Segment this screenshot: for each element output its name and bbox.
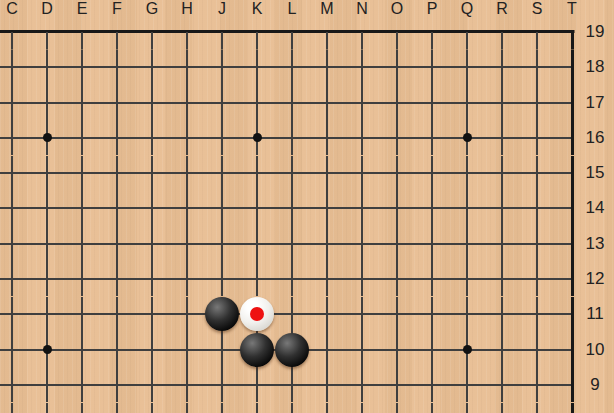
intersection-S17[interactable] (520, 85, 555, 120)
intersection-R17[interactable] (485, 85, 520, 120)
intersection-Q11[interactable] (450, 297, 485, 332)
intersection-L16[interactable] (275, 120, 310, 155)
intersection-T15[interactable] (555, 156, 590, 191)
intersection-E19[interactable] (65, 14, 100, 49)
intersection-P13[interactable] (415, 226, 450, 261)
white-stone-K11 (240, 297, 274, 331)
intersection-Q15[interactable] (450, 156, 485, 191)
intersection-E8[interactable] (65, 403, 100, 413)
intersection-T11[interactable] (555, 297, 590, 332)
intersection-K17[interactable] (240, 85, 275, 120)
intersection-H8[interactable] (170, 403, 205, 413)
intersection-L18[interactable] (275, 50, 310, 85)
intersection-J15[interactable] (205, 156, 240, 191)
intersection-S16[interactable] (520, 120, 555, 155)
intersection-T9[interactable] (555, 367, 590, 402)
intersection-L8[interactable] (275, 403, 310, 413)
intersection-R18[interactable] (485, 50, 520, 85)
intersection-K10[interactable] (240, 332, 275, 367)
intersection-Q8[interactable] (450, 403, 485, 413)
intersection-O16[interactable] (380, 120, 415, 155)
intersection-F18[interactable] (100, 50, 135, 85)
intersection-F17[interactable] (100, 85, 135, 120)
intersection-T13[interactable] (555, 226, 590, 261)
intersection-E12[interactable] (65, 261, 100, 296)
intersection-H10[interactable] (170, 332, 205, 367)
intersection-C18[interactable] (0, 50, 30, 85)
intersection-H9[interactable] (170, 367, 205, 402)
intersection-T12[interactable] (555, 261, 590, 296)
intersection-J12[interactable] (205, 261, 240, 296)
intersection-H14[interactable] (170, 191, 205, 226)
intersection-N10[interactable] (345, 332, 380, 367)
intersection-N18[interactable] (345, 50, 380, 85)
intersection-D12[interactable] (30, 261, 65, 296)
intersection-T17[interactable] (555, 85, 590, 120)
intersection-P15[interactable] (415, 156, 450, 191)
intersection-D14[interactable] (30, 191, 65, 226)
last-move-marker (250, 307, 264, 321)
intersection-G17[interactable] (135, 85, 170, 120)
intersection-O12[interactable] (380, 261, 415, 296)
intersection-N16[interactable] (345, 120, 380, 155)
intersection-R10[interactable] (485, 332, 520, 367)
intersection-S11[interactable] (520, 297, 555, 332)
intersection-D19[interactable] (30, 14, 65, 49)
intersection-O11[interactable] (380, 297, 415, 332)
intersection-M13[interactable] (310, 226, 345, 261)
intersection-N17[interactable] (345, 85, 380, 120)
intersection-J10[interactable] (205, 332, 240, 367)
intersection-E17[interactable] (65, 85, 100, 120)
intersection-H13[interactable] (170, 226, 205, 261)
intersection-K12[interactable] (240, 261, 275, 296)
intersection-H11[interactable] (170, 297, 205, 332)
intersection-J13[interactable] (205, 226, 240, 261)
intersection-M18[interactable] (310, 50, 345, 85)
intersection-E15[interactable] (65, 156, 100, 191)
intersection-R11[interactable] (485, 297, 520, 332)
intersection-G11[interactable] (135, 297, 170, 332)
intersection-P18[interactable] (415, 50, 450, 85)
intersection-F13[interactable] (100, 226, 135, 261)
intersection-K16[interactable] (240, 120, 275, 155)
intersection-F10[interactable] (100, 332, 135, 367)
intersection-N13[interactable] (345, 226, 380, 261)
intersection-N8[interactable] (345, 403, 380, 413)
intersection-H12[interactable] (170, 261, 205, 296)
intersection-T10[interactable] (555, 332, 590, 367)
intersection-C13[interactable] (0, 226, 30, 261)
intersection-K18[interactable] (240, 50, 275, 85)
intersection-R16[interactable] (485, 120, 520, 155)
intersection-C12[interactable] (0, 261, 30, 296)
intersection-C15[interactable] (0, 156, 30, 191)
intersection-K8[interactable] (240, 403, 275, 413)
intersection-M16[interactable] (310, 120, 345, 155)
intersection-E16[interactable] (65, 120, 100, 155)
intersection-G8[interactable] (135, 403, 170, 413)
intersection-K14[interactable] (240, 191, 275, 226)
intersection-N11[interactable] (345, 297, 380, 332)
intersection-D13[interactable] (30, 226, 65, 261)
intersection-F14[interactable] (100, 191, 135, 226)
intersection-Q13[interactable] (450, 226, 485, 261)
intersection-D16[interactable] (30, 120, 65, 155)
intersection-R14[interactable] (485, 191, 520, 226)
intersection-M10[interactable] (310, 332, 345, 367)
intersection-O15[interactable] (380, 156, 415, 191)
intersection-S13[interactable] (520, 226, 555, 261)
intersection-D15[interactable] (30, 156, 65, 191)
intersection-Q12[interactable] (450, 261, 485, 296)
intersection-J9[interactable] (205, 367, 240, 402)
intersection-C10[interactable] (0, 332, 30, 367)
intersection-G18[interactable] (135, 50, 170, 85)
intersection-N9[interactable] (345, 367, 380, 402)
intersection-D18[interactable] (30, 50, 65, 85)
intersection-G15[interactable] (135, 156, 170, 191)
intersection-M11[interactable] (310, 297, 345, 332)
intersection-F16[interactable] (100, 120, 135, 155)
intersection-L17[interactable] (275, 85, 310, 120)
intersection-E10[interactable] (65, 332, 100, 367)
intersection-L15[interactable] (275, 156, 310, 191)
intersection-N12[interactable] (345, 261, 380, 296)
intersection-K11[interactable] (240, 297, 275, 332)
intersection-D8[interactable] (30, 403, 65, 413)
intersection-P9[interactable] (415, 367, 450, 402)
intersection-J11[interactable] (205, 297, 240, 332)
intersection-L11[interactable] (275, 297, 310, 332)
intersection-G14[interactable] (135, 191, 170, 226)
intersection-S10[interactable] (520, 332, 555, 367)
intersection-J14[interactable] (205, 191, 240, 226)
intersection-L9[interactable] (275, 367, 310, 402)
intersection-Q14[interactable] (450, 191, 485, 226)
intersection-G9[interactable] (135, 367, 170, 402)
black-stone-L10 (275, 333, 309, 367)
intersection-P19[interactable] (415, 14, 450, 49)
intersection-S14[interactable] (520, 191, 555, 226)
intersection-P8[interactable] (415, 403, 450, 413)
intersection-Q19[interactable] (450, 14, 485, 49)
black-stone-J11 (205, 297, 239, 331)
intersection-D9[interactable] (30, 367, 65, 402)
intersection-R8[interactable] (485, 403, 520, 413)
intersection-R15[interactable] (485, 156, 520, 191)
intersection-S8[interactable] (520, 403, 555, 413)
intersection-Q10[interactable] (450, 332, 485, 367)
intersection-N14[interactable] (345, 191, 380, 226)
intersection-M9[interactable] (310, 367, 345, 402)
intersection-E9[interactable] (65, 367, 100, 402)
intersection-P11[interactable] (415, 297, 450, 332)
black-stone-K10 (240, 333, 274, 367)
intersection-S19[interactable] (520, 14, 555, 49)
intersection-O19[interactable] (380, 14, 415, 49)
intersection-H17[interactable] (170, 85, 205, 120)
go-board-viewport: CDEFGHJKLMNOPQRST 191817161514131211109 (0, 0, 614, 413)
intersection-J17[interactable] (205, 85, 240, 120)
intersection-R13[interactable] (485, 226, 520, 261)
intersection-C11[interactable] (0, 297, 30, 332)
intersection-L19[interactable] (275, 14, 310, 49)
intersection-D10[interactable] (30, 332, 65, 367)
intersection-S18[interactable] (520, 50, 555, 85)
intersection-E18[interactable] (65, 50, 100, 85)
intersection-K19[interactable] (240, 14, 275, 49)
intersection-O13[interactable] (380, 226, 415, 261)
intersection-E11[interactable] (65, 297, 100, 332)
intersection-G19[interactable] (135, 14, 170, 49)
intersection-N15[interactable] (345, 156, 380, 191)
intersection-G12[interactable] (135, 261, 170, 296)
intersection-P12[interactable] (415, 261, 450, 296)
intersection-H15[interactable] (170, 156, 205, 191)
intersection-K15[interactable] (240, 156, 275, 191)
intersection-Q9[interactable] (450, 367, 485, 402)
intersection-O17[interactable] (380, 85, 415, 120)
intersection-J8[interactable] (205, 403, 240, 413)
intersection-P16[interactable] (415, 120, 450, 155)
intersection-J18[interactable] (205, 50, 240, 85)
intersection-M14[interactable] (310, 191, 345, 226)
intersection-T19[interactable] (555, 14, 590, 49)
intersection-M17[interactable] (310, 85, 345, 120)
intersection-N19[interactable] (345, 14, 380, 49)
intersection-M15[interactable] (310, 156, 345, 191)
intersection-H19[interactable] (170, 14, 205, 49)
intersection-P17[interactable] (415, 85, 450, 120)
intersection-P14[interactable] (415, 191, 450, 226)
intersection-O18[interactable] (380, 50, 415, 85)
intersection-F9[interactable] (100, 367, 135, 402)
intersection-T8[interactable] (555, 403, 590, 413)
intersection-F8[interactable] (100, 403, 135, 413)
intersection-R19[interactable] (485, 14, 520, 49)
intersection-H16[interactable] (170, 120, 205, 155)
intersection-Q16[interactable] (450, 120, 485, 155)
intersection-L12[interactable] (275, 261, 310, 296)
intersection-M19[interactable] (310, 14, 345, 49)
intersection-O8[interactable] (380, 403, 415, 413)
intersection-T18[interactable] (555, 50, 590, 85)
intersection-L13[interactable] (275, 226, 310, 261)
intersection-T14[interactable] (555, 191, 590, 226)
intersection-L10[interactable] (275, 332, 310, 367)
intersection-M12[interactable] (310, 261, 345, 296)
go-board (0, 14, 590, 413)
intersection-K13[interactable] (240, 226, 275, 261)
intersection-C16[interactable] (0, 120, 30, 155)
intersection-L14[interactable] (275, 191, 310, 226)
intersection-G16[interactable] (135, 120, 170, 155)
intersection-E13[interactable] (65, 226, 100, 261)
intersection-F11[interactable] (100, 297, 135, 332)
intersection-G10[interactable] (135, 332, 170, 367)
intersection-R9[interactable] (485, 367, 520, 402)
intersection-O14[interactable] (380, 191, 415, 226)
intersection-S12[interactable] (520, 261, 555, 296)
intersection-S15[interactable] (520, 156, 555, 191)
intersection-F12[interactable] (100, 261, 135, 296)
intersection-C14[interactable] (0, 191, 30, 226)
intersection-P10[interactable] (415, 332, 450, 367)
intersection-Q18[interactable] (450, 50, 485, 85)
intersection-J19[interactable] (205, 14, 240, 49)
intersection-G13[interactable] (135, 226, 170, 261)
intersection-D11[interactable] (30, 297, 65, 332)
intersection-D17[interactable] (30, 85, 65, 120)
intersection-E14[interactable] (65, 191, 100, 226)
intersection-S9[interactable] (520, 367, 555, 402)
intersection-O10[interactable] (380, 332, 415, 367)
intersection-C8[interactable] (0, 403, 30, 413)
intersection-J16[interactable] (205, 120, 240, 155)
intersection-M8[interactable] (310, 403, 345, 413)
intersection-Q17[interactable] (450, 85, 485, 120)
intersection-C19[interactable] (0, 14, 30, 49)
intersection-O9[interactable] (380, 367, 415, 402)
intersection-F19[interactable] (100, 14, 135, 49)
intersection-C9[interactable] (0, 367, 30, 402)
intersection-H18[interactable] (170, 50, 205, 85)
intersection-T16[interactable] (555, 120, 590, 155)
intersection-K9[interactable] (240, 367, 275, 402)
intersection-C17[interactable] (0, 85, 30, 120)
intersection-F15[interactable] (100, 156, 135, 191)
intersection-R12[interactable] (485, 261, 520, 296)
